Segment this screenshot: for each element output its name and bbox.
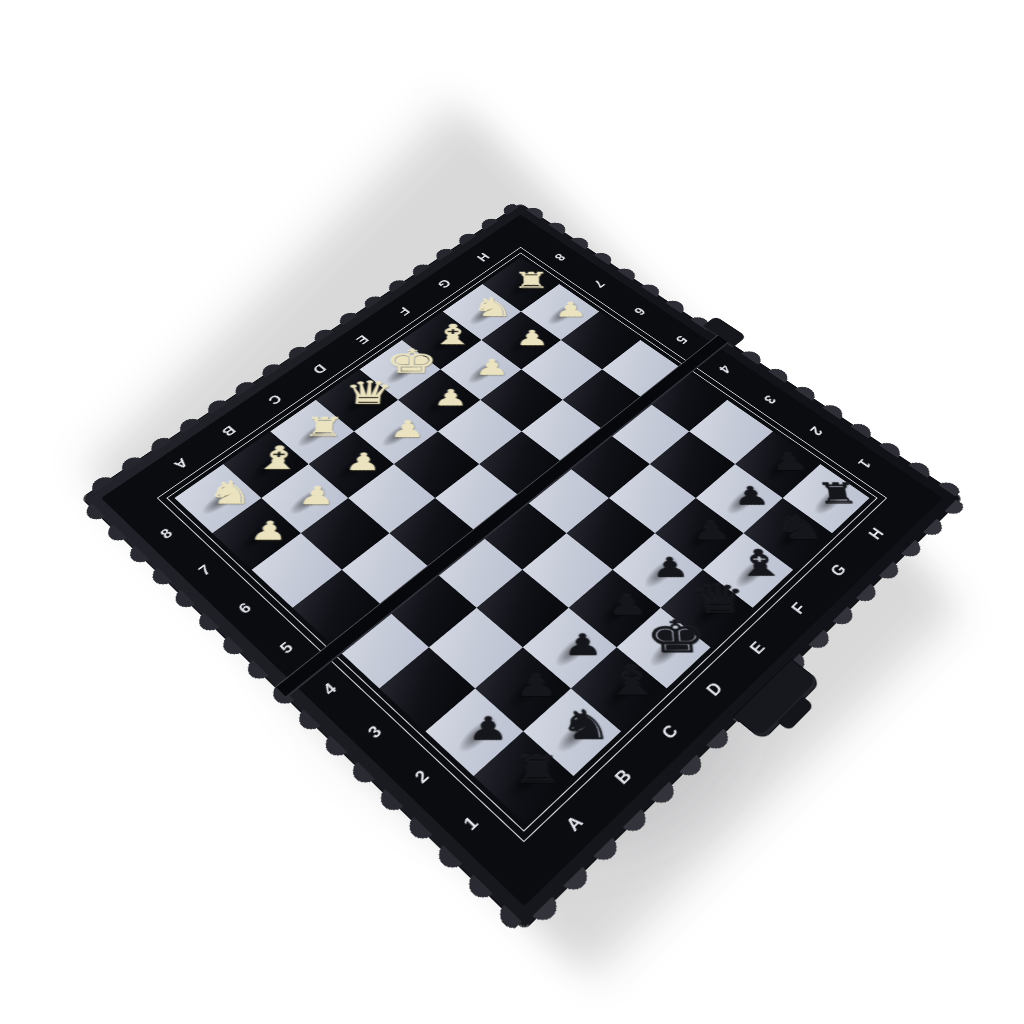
board-case: AABBCCDDEEFFGGHH8877665544332211 ♞♝♜♛♚♝♞… [82, 204, 962, 929]
square-a6[interactable] [252, 533, 342, 608]
piece-shadow [644, 630, 691, 672]
piece-shadow [549, 630, 597, 672]
black-rook[interactable]: ♜ [502, 698, 573, 789]
square-a4[interactable] [335, 608, 429, 689]
rank-label-left-1: 1 [438, 792, 506, 856]
square-b1[interactable] [523, 688, 621, 776]
square-c2[interactable] [523, 608, 617, 689]
square-b5[interactable] [342, 533, 432, 608]
square-b2[interactable] [475, 647, 571, 731]
square-c4[interactable] [432, 533, 522, 608]
square-b3[interactable] [429, 608, 523, 689]
square-a1[interactable] [474, 731, 574, 822]
rank-label-left-7: 7 [178, 546, 235, 596]
rank-label-left-5: 5 [257, 621, 317, 675]
rank-label-left-8: 8 [140, 510, 195, 558]
square-b4[interactable] [385, 570, 477, 648]
black-king[interactable]: ♚ [639, 578, 711, 659]
black-pawn[interactable]: ♟ [548, 578, 616, 659]
piece-shadow [502, 756, 553, 803]
square-c1[interactable] [571, 647, 667, 731]
black-pawn[interactable]: ♟ [503, 616, 571, 700]
black-knight[interactable]: ♞ [550, 656, 621, 744]
scalloped-edge-near-left [72, 500, 522, 938]
photo-scene: AABBCCDDEEFFGGHH8877665544332211 ♞♝♜♛♚♝♞… [0, 0, 1024, 1024]
piece-shadow [453, 712, 504, 757]
black-bishop[interactable]: ♝ [595, 616, 667, 700]
board-surface: AABBCCDDEEFFGGHH8877665544332211 ♞♝♜♛♚♝♞… [101, 214, 943, 906]
rank-label-left-4: 4 [300, 661, 362, 717]
square-a2[interactable] [425, 688, 523, 776]
rank-label-left-2: 2 [390, 746, 456, 807]
file-label-near-c: C [639, 703, 703, 762]
piece-shadow [595, 591, 642, 631]
square-a3[interactable] [379, 647, 475, 731]
rank-label-left-6: 6 [217, 583, 275, 635]
file-label-near-g: G [811, 546, 868, 596]
square-c5[interactable] [389, 498, 478, 570]
file-label-near-a: A [542, 792, 610, 856]
chess-set: AABBCCDDEEFFGGHH8877665544332211 ♞♝♜♛♚♝♞… [82, 204, 962, 929]
square-a5[interactable] [293, 570, 385, 648]
white-pawn[interactable]: ♟ [236, 471, 307, 543]
piece-shadow [688, 591, 734, 631]
piece-shadow [502, 670, 551, 713]
file-label-near-h: H [849, 510, 904, 558]
square-b6[interactable] [301, 498, 390, 570]
rank-label-left-3: 3 [344, 703, 408, 762]
black-pawn[interactable]: ♟ [453, 656, 523, 744]
file-label-near-b: B [591, 746, 657, 807]
square-d4[interactable] [478, 498, 567, 570]
piece-shadow [551, 712, 601, 757]
file-label-near-f: F [770, 583, 828, 635]
square-d1[interactable] [617, 608, 711, 689]
file-label-near-d: D [684, 661, 746, 717]
piece-shadow [598, 670, 646, 713]
file-label-near-e: E [728, 621, 788, 675]
